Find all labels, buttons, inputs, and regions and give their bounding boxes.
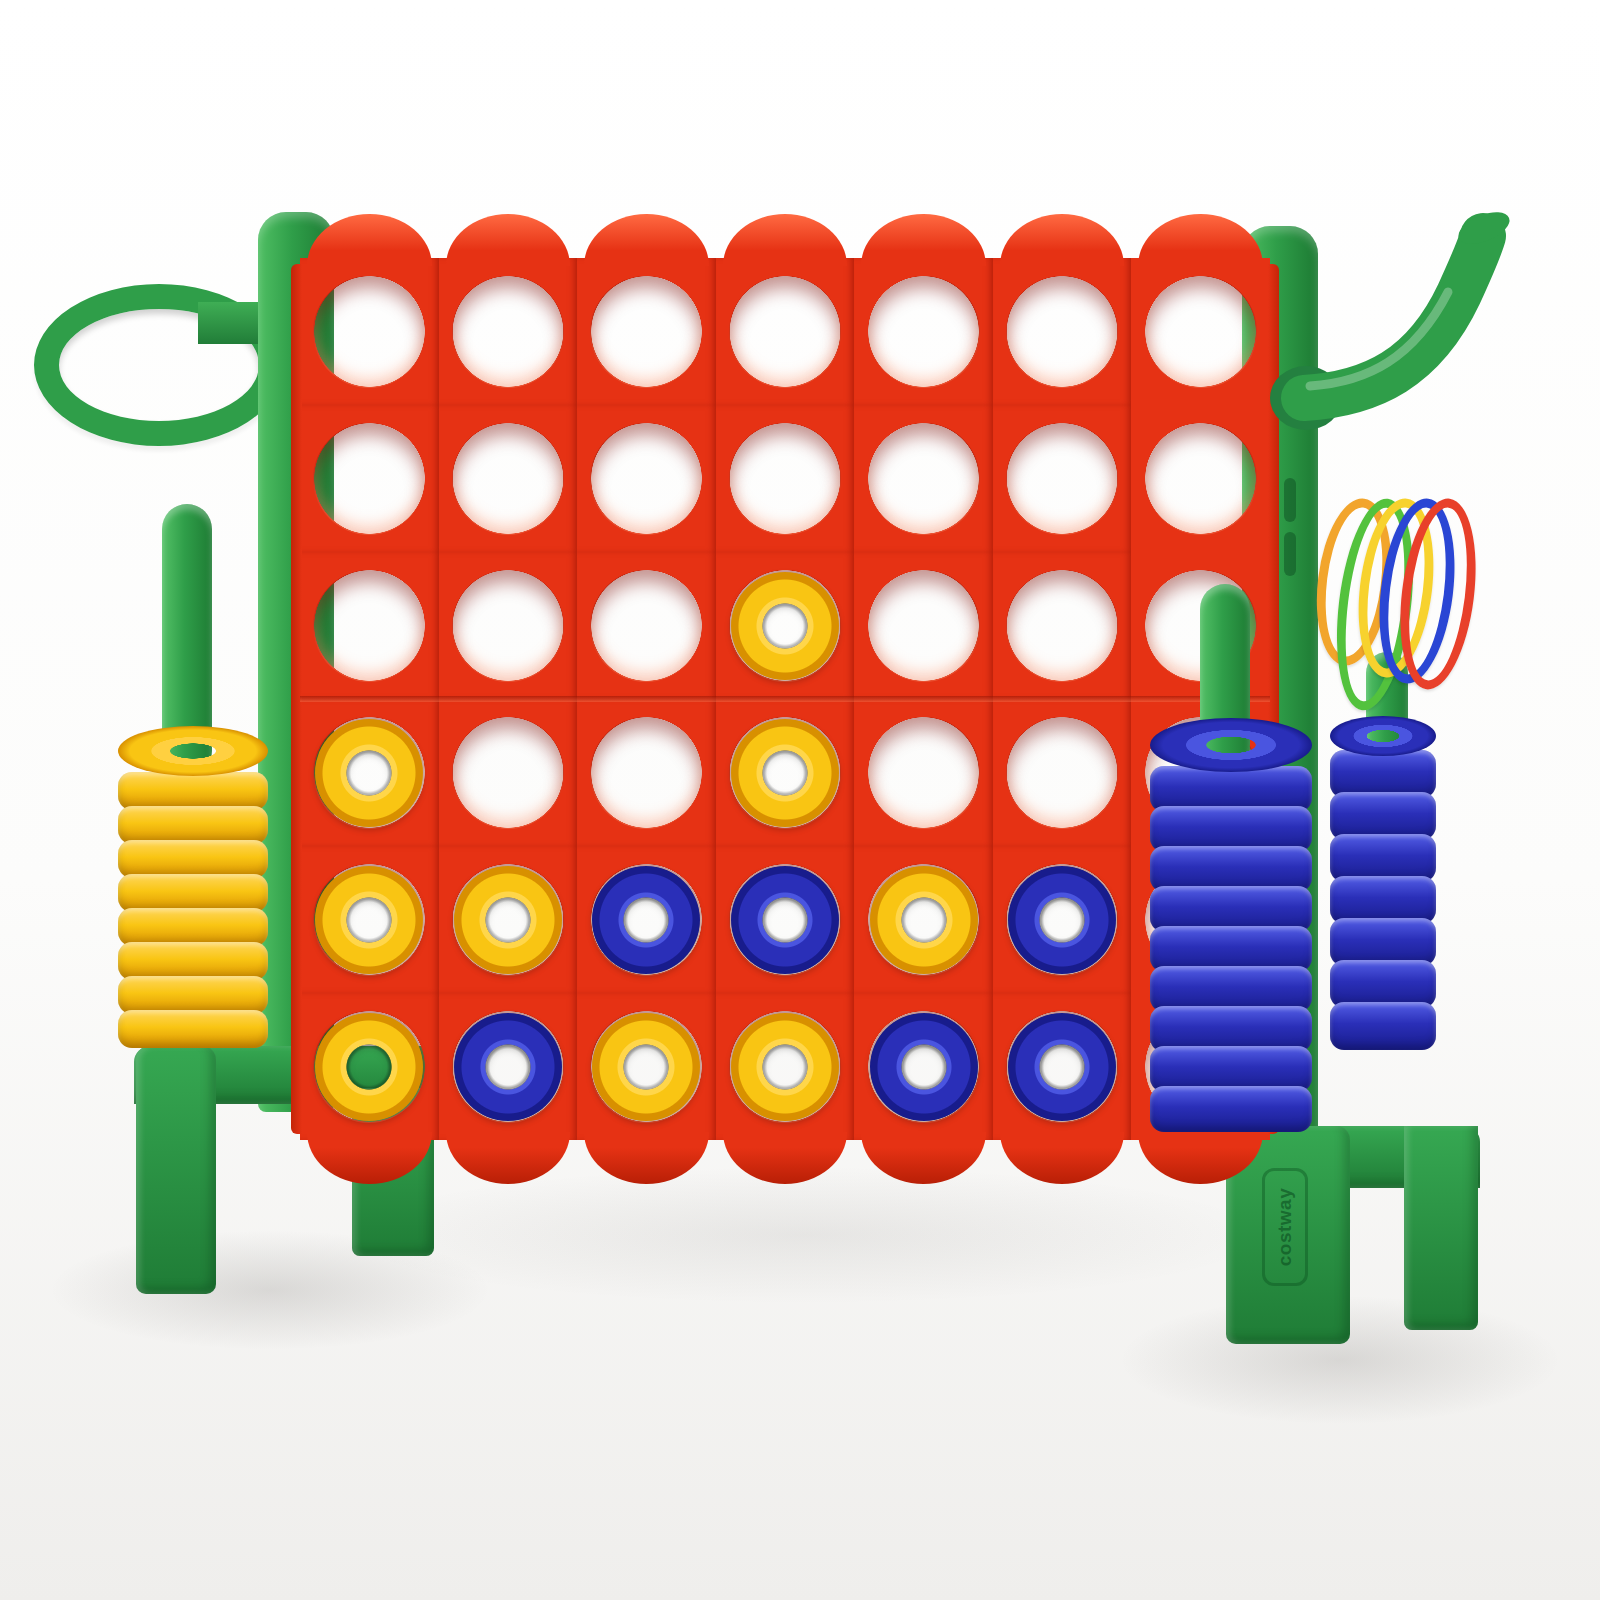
board-cell-r6c1[interactable] <box>300 993 439 1140</box>
disc-blue <box>1008 1013 1116 1121</box>
board-cell-r2c6[interactable] <box>993 405 1132 552</box>
board-middle-seam <box>300 696 1270 702</box>
stacked-disc-yellow <box>118 1010 268 1048</box>
board-cell-r6c2[interactable] <box>439 993 578 1140</box>
disc-yellow <box>315 719 423 827</box>
disc-yellow <box>731 572 839 680</box>
giant-connect4-product-photo: costway <box>0 0 1600 1600</box>
disc-yellow <box>731 719 839 827</box>
board-cell-r6c4[interactable] <box>716 993 855 1140</box>
stacked-disc-blue <box>1330 792 1436 840</box>
disc-yellow <box>592 1013 700 1121</box>
stacked-disc-yellow <box>118 772 268 810</box>
board-cell-r2c7[interactable] <box>1131 405 1270 552</box>
disc-blue <box>454 1013 562 1121</box>
disc-yellow <box>315 1013 423 1121</box>
board-scallop-top <box>584 214 709 266</box>
disc-yellow <box>870 866 978 974</box>
board-cell-r3c3[interactable] <box>577 552 716 699</box>
floor-shadow-center <box>300 1160 1310 1310</box>
board-cell-r4c2[interactable] <box>439 699 578 846</box>
stacked-disc-blue <box>1330 960 1436 1008</box>
board-scallop-top <box>1000 214 1125 266</box>
board-cell-r2c3[interactable] <box>577 405 716 552</box>
board-cell-r5c2[interactable] <box>439 846 578 993</box>
board-cell-r4c1[interactable] <box>300 699 439 846</box>
board-cell-r4c4[interactable] <box>716 699 855 846</box>
toss-rings-group <box>1318 498 1478 728</box>
stacked-disc-yellow <box>118 806 268 844</box>
board-cell-r1c6[interactable] <box>993 258 1132 405</box>
blue-disc-stack-front <box>1150 718 1312 1132</box>
board-cell-r3c2[interactable] <box>439 552 578 699</box>
stacked-disc-top-yellow <box>118 726 268 776</box>
yellow-disc-stack <box>118 726 268 1048</box>
stacked-disc-yellow <box>118 908 268 946</box>
right-leg-rear-foot <box>1404 1126 1478 1330</box>
stacked-disc-yellow <box>118 976 268 1014</box>
board-cell-r4c3[interactable] <box>577 699 716 846</box>
brand-logo-text: costway <box>1274 1188 1296 1266</box>
board-cell-r4c6[interactable] <box>993 699 1132 846</box>
stacked-disc-blue <box>1330 876 1436 924</box>
board-cell-r6c3[interactable] <box>577 993 716 1140</box>
disc-blue <box>731 866 839 974</box>
stacked-disc-blue <box>1330 750 1436 798</box>
board-cell-r1c7[interactable] <box>1131 258 1270 405</box>
board-cell-r6c6[interactable] <box>993 993 1132 1140</box>
board-cell-r1c5[interactable] <box>854 258 993 405</box>
stacked-disc-yellow <box>118 942 268 980</box>
left-leg-front-foot <box>136 1046 216 1294</box>
post-slot <box>1284 532 1296 576</box>
board-cell-r3c6[interactable] <box>993 552 1132 699</box>
stacked-disc-blue <box>1330 918 1436 966</box>
board-cell-r5c3[interactable] <box>577 846 716 993</box>
board-cell-r6c5[interactable] <box>854 993 993 1140</box>
board-scallop-top <box>723 214 848 266</box>
disc-yellow <box>315 866 423 974</box>
stacked-disc-yellow <box>118 874 268 912</box>
board-cell-r5c1[interactable] <box>300 846 439 993</box>
disc-blue <box>592 866 700 974</box>
stacked-disc-top-blue <box>1150 718 1312 772</box>
stacked-disc-blue <box>1330 1002 1436 1050</box>
post-slot <box>1284 478 1296 522</box>
board-cell-r4c5[interactable] <box>854 699 993 846</box>
board-cell-r5c4[interactable] <box>716 846 855 993</box>
stacked-disc-blue <box>1330 834 1436 882</box>
board-cell-r3c1[interactable] <box>300 552 439 699</box>
board-cell-r2c5[interactable] <box>854 405 993 552</box>
board-cell-r1c3[interactable] <box>577 258 716 405</box>
connect-four-board <box>300 258 1270 1140</box>
board-cell-r2c4[interactable] <box>716 405 855 552</box>
brand-logo-plate: costway <box>1262 1168 1308 1286</box>
stacked-disc-yellow <box>118 840 268 878</box>
board-cell-r5c5[interactable] <box>854 846 993 993</box>
disc-yellow <box>731 1013 839 1121</box>
board-cell-r2c1[interactable] <box>300 405 439 552</box>
disc-blue <box>870 1013 978 1121</box>
disc-yellow <box>454 866 562 974</box>
board-scallop-top <box>1138 214 1263 266</box>
blue-disc-stack-back <box>1330 716 1436 1050</box>
disc-blue <box>1008 866 1116 974</box>
board-cell-r1c2[interactable] <box>439 258 578 405</box>
stacked-disc-blue <box>1150 1086 1312 1132</box>
board-cell-r1c1[interactable] <box>300 258 439 405</box>
board-cell-r1c4[interactable] <box>716 258 855 405</box>
board-cell-r3c5[interactable] <box>854 552 993 699</box>
board-cell-r3c4[interactable] <box>716 552 855 699</box>
board-cell-r5c6[interactable] <box>993 846 1132 993</box>
board-scallop-top <box>446 214 571 266</box>
board-scallop-top <box>861 214 986 266</box>
board-cell-r2c2[interactable] <box>439 405 578 552</box>
